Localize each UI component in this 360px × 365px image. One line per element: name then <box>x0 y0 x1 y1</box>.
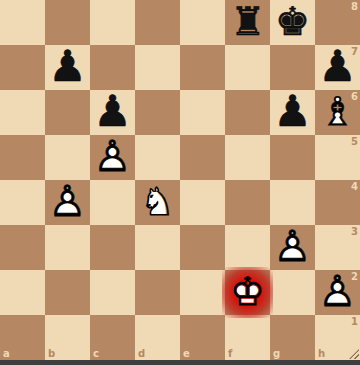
square-e7[interactable] <box>180 45 225 90</box>
square-c3[interactable] <box>90 225 135 270</box>
square-e4[interactable] <box>180 180 225 225</box>
square-b4[interactable]: ♟♙ <box>45 180 90 225</box>
square-a3[interactable] <box>0 225 45 270</box>
rank-label-4: 4 <box>351 181 358 192</box>
square-d4[interactable]: ♞♘ <box>135 180 180 225</box>
square-a4[interactable] <box>0 180 45 225</box>
square-h4[interactable]: 4 <box>315 180 360 225</box>
square-c7[interactable] <box>90 45 135 90</box>
rank-label-3: 3 <box>351 226 358 237</box>
square-g3[interactable]: ♟♙ <box>270 225 315 270</box>
square-e6[interactable] <box>180 90 225 135</box>
square-g2[interactable] <box>270 270 315 315</box>
square-b5[interactable] <box>45 135 90 180</box>
square-e8[interactable] <box>180 0 225 45</box>
black-pawn-glyph: ♟ <box>318 45 357 88</box>
black-pawn[interactable]: ♟ <box>45 45 90 90</box>
square-e1[interactable]: e <box>180 315 225 360</box>
white-pawn-outline: ♙ <box>273 225 312 268</box>
square-h2[interactable]: ♟♙2 <box>315 270 360 315</box>
black-rook-glyph: ♜ <box>230 2 265 41</box>
square-g7[interactable] <box>270 45 315 90</box>
file-label-b: b <box>48 348 55 359</box>
white-pawn[interactable]: ♟♙ <box>45 180 90 225</box>
black-pawn[interactable]: ♟ <box>90 90 135 135</box>
square-c5[interactable]: ♟♙ <box>90 135 135 180</box>
rank-label-5: 5 <box>351 136 358 147</box>
black-pawn[interactable]: ♟ <box>315 45 360 90</box>
white-king[interactable]: ♚♔ <box>225 270 270 315</box>
square-d6[interactable] <box>135 90 180 135</box>
square-a6[interactable] <box>0 90 45 135</box>
square-d7[interactable] <box>135 45 180 90</box>
chess-board: ♜♚8♟♟7♟♟♝♗6♟♙5♟♙♞♘4♟♙3♚♔♟♙2abcdefgh1 <box>0 0 360 360</box>
black-pawn-glyph: ♟ <box>273 90 312 133</box>
white-king-outline: ♔ <box>230 272 265 311</box>
square-a1[interactable]: a <box>0 315 45 360</box>
square-d5[interactable] <box>135 135 180 180</box>
square-f5[interactable] <box>225 135 270 180</box>
square-h1[interactable]: h1 <box>315 315 360 360</box>
square-c4[interactable] <box>90 180 135 225</box>
file-label-h: h <box>318 348 325 359</box>
white-bishop[interactable]: ♝♗ <box>315 90 360 135</box>
square-d3[interactable] <box>135 225 180 270</box>
square-d2[interactable] <box>135 270 180 315</box>
square-e3[interactable] <box>180 225 225 270</box>
square-b6[interactable] <box>45 90 90 135</box>
square-b7[interactable]: ♟ <box>45 45 90 90</box>
square-b2[interactable] <box>45 270 90 315</box>
square-h6[interactable]: ♝♗6 <box>315 90 360 135</box>
square-b8[interactable] <box>45 0 90 45</box>
square-a7[interactable] <box>0 45 45 90</box>
white-pawn-outline: ♙ <box>93 135 132 178</box>
square-h7[interactable]: ♟7 <box>315 45 360 90</box>
white-knight-outline: ♘ <box>140 182 175 221</box>
black-king-glyph: ♚ <box>275 2 310 41</box>
square-h5[interactable]: 5 <box>315 135 360 180</box>
square-f2[interactable]: ♚♔ <box>225 270 270 315</box>
white-pawn[interactable]: ♟♙ <box>90 135 135 180</box>
square-a8[interactable] <box>0 0 45 45</box>
square-f6[interactable] <box>225 90 270 135</box>
white-knight[interactable]: ♞♘ <box>135 180 180 225</box>
black-king[interactable]: ♚ <box>270 0 315 45</box>
square-c1[interactable]: c <box>90 315 135 360</box>
square-f1[interactable]: f <box>225 315 270 360</box>
square-g5[interactable] <box>270 135 315 180</box>
rank-label-8: 8 <box>351 1 358 12</box>
resize-handle-icon[interactable] <box>349 349 359 359</box>
square-c8[interactable] <box>90 0 135 45</box>
black-pawn-glyph: ♟ <box>93 90 132 133</box>
square-c2[interactable] <box>90 270 135 315</box>
square-h3[interactable]: 3 <box>315 225 360 270</box>
window-edge-bar <box>0 360 360 365</box>
rank-label-1: 1 <box>351 316 358 327</box>
square-d8[interactable] <box>135 0 180 45</box>
white-pawn[interactable]: ♟♙ <box>315 270 360 315</box>
square-f8[interactable]: ♜ <box>225 0 270 45</box>
square-f7[interactable] <box>225 45 270 90</box>
square-b1[interactable]: b <box>45 315 90 360</box>
black-pawn[interactable]: ♟ <box>270 90 315 135</box>
square-e2[interactable] <box>180 270 225 315</box>
square-g1[interactable]: g <box>270 315 315 360</box>
black-rook[interactable]: ♜ <box>225 0 270 45</box>
black-pawn-glyph: ♟ <box>48 45 87 88</box>
white-pawn-outline: ♙ <box>48 180 87 223</box>
white-bishop-outline: ♗ <box>320 92 355 131</box>
square-g8[interactable]: ♚ <box>270 0 315 45</box>
white-pawn-outline: ♙ <box>318 270 357 313</box>
file-label-e: e <box>183 348 190 359</box>
white-pawn[interactable]: ♟♙ <box>270 225 315 270</box>
square-g4[interactable] <box>270 180 315 225</box>
square-e5[interactable] <box>180 135 225 180</box>
square-h8[interactable]: 8 <box>315 0 360 45</box>
square-f3[interactable] <box>225 225 270 270</box>
file-label-a: a <box>3 348 10 359</box>
square-f4[interactable] <box>225 180 270 225</box>
square-a5[interactable] <box>0 135 45 180</box>
chess-app: ♜♚8♟♟7♟♟♝♗6♟♙5♟♙♞♘4♟♙3♚♔♟♙2abcdefgh1 <box>0 0 360 365</box>
square-a2[interactable] <box>0 270 45 315</box>
file-label-f: f <box>228 348 232 359</box>
file-label-d: d <box>138 348 145 359</box>
square-d1[interactable]: d <box>135 315 180 360</box>
file-label-c: c <box>93 348 99 359</box>
square-g6[interactable]: ♟ <box>270 90 315 135</box>
square-c6[interactable]: ♟ <box>90 90 135 135</box>
file-label-g: g <box>273 348 280 359</box>
square-b3[interactable] <box>45 225 90 270</box>
